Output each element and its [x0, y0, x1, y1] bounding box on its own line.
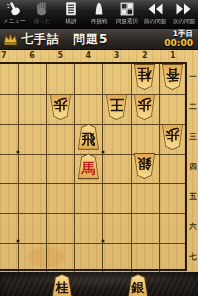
- piece-桂-2一[interactable]: 桂: [133, 64, 156, 90]
- board-cell[interactable]: [74, 243, 102, 273]
- board-cell[interactable]: [46, 124, 74, 154]
- board-cell[interactable]: [131, 183, 159, 213]
- board-cell[interactable]: [74, 94, 102, 124]
- board-cell[interactable]: [0, 64, 18, 94]
- piece-face: 王: [106, 95, 127, 119]
- board-cell[interactable]: [159, 243, 187, 273]
- rank-label-2: 二: [188, 102, 198, 112]
- rank-label-4: 四: [188, 162, 198, 172]
- piece-王-3二[interactable]: 王: [105, 94, 128, 120]
- piece-kanji: 歩: [53, 98, 67, 112]
- board-cell[interactable]: [18, 183, 46, 213]
- piece-face: 歩: [134, 95, 155, 119]
- board-cell[interactable]: [102, 64, 130, 94]
- undo-hand-icon: [34, 1, 50, 17]
- crown-icon: [3, 32, 18, 47]
- piece-kanji: 桂: [56, 281, 69, 294]
- piece-香-1一[interactable]: 香: [161, 64, 184, 90]
- rank-label-5: 五: [188, 192, 198, 202]
- toolbar-button-label: 待った: [34, 17, 51, 23]
- file-label-5: 5: [54, 51, 66, 60]
- hoshi-star-point: [17, 240, 20, 243]
- piece-face: 銀: [128, 275, 148, 296]
- board-cell[interactable]: [131, 124, 159, 154]
- toolbar-button-6-next-double-arrow[interactable]: 次の問題: [170, 0, 198, 28]
- board-cell[interactable]: [102, 154, 130, 184]
- piece-馬-4四[interactable]: 馬: [77, 153, 100, 179]
- menu-hand-icon: [6, 1, 22, 17]
- board-cell[interactable]: [74, 213, 102, 243]
- prev-double-arrow-icon: [147, 1, 164, 17]
- rank-label-6: 六: [188, 222, 198, 232]
- rank-label-1: 一: [188, 72, 198, 82]
- piece-kanji: 銀: [138, 157, 152, 171]
- file-label-4: 4: [82, 51, 94, 60]
- piece-歩-2二[interactable]: 歩: [133, 94, 156, 120]
- piece-face: 銀: [134, 154, 155, 178]
- piece-kanji: 香: [166, 68, 180, 82]
- problem-number: 問題5: [73, 31, 108, 48]
- file-label-7: 7: [0, 51, 10, 60]
- toolbar-button-label: 次の問題: [173, 17, 195, 23]
- piece-kanji: 桂: [138, 68, 152, 82]
- board-cell[interactable]: [18, 154, 46, 184]
- toolbar: メニュー待った棋譜再挑戦問題選択前の問題次の問題: [0, 0, 198, 29]
- board-cell[interactable]: [0, 213, 18, 243]
- toolbar-button-label: 再挑戦: [91, 17, 108, 23]
- piece-銀-2四[interactable]: 銀: [133, 153, 156, 179]
- page-title: 七手詰: [21, 31, 60, 48]
- piece-歩-1三[interactable]: 歩: [161, 124, 184, 150]
- title-bar: 七手詰 問題5 1手目 00:00: [0, 29, 198, 50]
- board-cell[interactable]: [46, 213, 74, 243]
- toolbar-button-label: メニュー: [3, 17, 25, 23]
- timer: 00:00: [164, 39, 193, 48]
- board-cell[interactable]: [159, 183, 187, 213]
- board-cell[interactable]: [18, 124, 46, 154]
- piece-face: 桂: [52, 275, 72, 296]
- board-cell[interactable]: [159, 154, 187, 184]
- piece-飛-4三[interactable]: 飛: [77, 124, 100, 150]
- toolbar-button-2-kifu-document[interactable]: 棋譜: [57, 0, 85, 28]
- piece-face: 飛: [78, 125, 99, 149]
- retry-piece-icon: [91, 1, 107, 17]
- toolbar-button-label: 問題選択: [116, 17, 138, 23]
- sente-hand-tray: 桂銀: [0, 272, 198, 296]
- board-cell[interactable]: [0, 94, 18, 124]
- board-cell[interactable]: [74, 183, 102, 213]
- board-cell[interactable]: [18, 64, 46, 94]
- kifu-document-icon: [63, 1, 79, 17]
- board-cell[interactable]: [0, 183, 18, 213]
- board-cell[interactable]: [46, 243, 74, 273]
- board-cell[interactable]: [74, 64, 102, 94]
- piece-face: 桂: [134, 65, 155, 89]
- rank-label-3: 三: [188, 132, 198, 142]
- board-cell[interactable]: [18, 94, 46, 124]
- file-label-2: 2: [139, 51, 151, 60]
- board-cell[interactable]: [131, 213, 159, 243]
- piece-face: 馬: [78, 154, 99, 178]
- piece-face: 歩: [50, 95, 71, 119]
- status-block: 1手目 00:00: [164, 30, 195, 48]
- toolbar-button-label: 前の問題: [144, 17, 166, 23]
- toolbar-button-1-undo-hand[interactable]: 待った: [28, 0, 56, 28]
- piece-桂-hand[interactable]: 桂: [51, 274, 73, 296]
- piece-銀-hand[interactable]: 銀: [127, 274, 149, 296]
- board-cell[interactable]: [0, 243, 18, 273]
- file-label-1: 1: [167, 51, 179, 60]
- piece-kanji: 馬: [81, 161, 95, 175]
- app-screen: { "toolbar": { "items": [ {"label":"メニュー…: [0, 0, 198, 296]
- board-cell[interactable]: [102, 183, 130, 213]
- piece-kanji: 銀: [132, 281, 145, 294]
- shogi-board: 7654321一二三四五六七桂香歩王歩飛歩馬銀: [0, 50, 198, 272]
- piece-face: 香: [162, 65, 183, 89]
- piece-kanji: 歩: [166, 128, 180, 142]
- hoshi-star-point: [17, 150, 20, 153]
- file-label-6: 6: [26, 51, 38, 60]
- problem-select-grid-icon: [119, 1, 135, 17]
- toolbar-button-3-retry-piece[interactable]: 再挑戦: [85, 0, 113, 28]
- board-cell[interactable]: [46, 154, 74, 184]
- board-cell[interactable]: [102, 213, 130, 243]
- board-cell[interactable]: [159, 213, 187, 243]
- board-cell[interactable]: [159, 94, 187, 124]
- file-label-3: 3: [111, 51, 123, 60]
- board-cell[interactable]: [18, 243, 46, 273]
- piece-kanji: 歩: [138, 98, 152, 112]
- piece-kanji: 飛: [81, 132, 95, 146]
- hoshi-star-point: [101, 240, 104, 243]
- move-counter: 1手目: [164, 30, 193, 38]
- piece-kanji: 王: [110, 98, 124, 112]
- board-cell[interactable]: [102, 243, 130, 273]
- board-cell[interactable]: [46, 64, 74, 94]
- board-cell[interactable]: [18, 213, 46, 243]
- rank-label-7: 七: [188, 252, 198, 262]
- toolbar-button-5-prev-double-arrow[interactable]: 前の問題: [141, 0, 169, 28]
- board-cell[interactable]: [131, 243, 159, 273]
- board-cell[interactable]: [102, 124, 130, 154]
- toolbar-button-4-problem-select-grid[interactable]: 問題選択: [113, 0, 141, 28]
- next-double-arrow-icon: [175, 1, 192, 17]
- piece-歩-5二[interactable]: 歩: [49, 94, 72, 120]
- toolbar-button-label: 棋譜: [65, 17, 76, 23]
- toolbar-button-0-menu-hand[interactable]: メニュー: [0, 0, 28, 28]
- board-cell[interactable]: [46, 183, 74, 213]
- board-cell[interactable]: [0, 124, 18, 154]
- board-cell[interactable]: [0, 154, 18, 184]
- piece-face: 歩: [162, 125, 183, 149]
